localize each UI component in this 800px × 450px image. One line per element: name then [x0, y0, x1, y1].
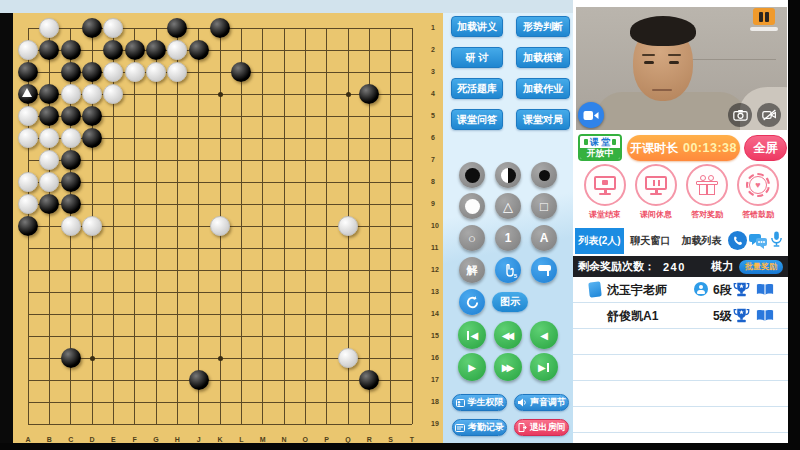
stone-white — [167, 62, 187, 82]
stone-black — [167, 18, 187, 38]
letter-icon: A — [540, 231, 549, 245]
classroom-status-badge: 课 堂 开放中 — [578, 134, 622, 161]
member-row-empty — [573, 407, 788, 433]
voice-call-button[interactable] — [728, 231, 747, 250]
stone-white — [125, 62, 145, 82]
bar-icon — [547, 363, 550, 372]
stone-black — [61, 172, 81, 192]
small-black-stone-tool[interactable] — [531, 162, 557, 188]
member-row-empty — [573, 381, 788, 407]
row-label: 12 — [431, 266, 439, 273]
teacher-hair — [630, 16, 696, 46]
row-label: 1 — [431, 24, 435, 31]
bar-icon — [467, 331, 470, 340]
grid-line — [28, 248, 412, 249]
stone-white — [18, 106, 38, 126]
column-label: K — [217, 436, 222, 443]
play-button[interactable]: ▶ — [458, 353, 486, 381]
stone-white — [167, 40, 187, 60]
stone-white — [103, 18, 123, 38]
kifu-book-button[interactable] — [756, 283, 774, 299]
stone-black — [39, 194, 59, 214]
exit-room-label: 退出房间 — [530, 421, 566, 434]
letter-marker-tool[interactable]: A — [531, 225, 557, 251]
column-label: C — [68, 436, 73, 443]
load-lecture-button[interactable]: 加载讲义 — [451, 16, 503, 37]
stone-black — [82, 18, 102, 38]
row-label: 13 — [431, 288, 439, 295]
brow — [668, 54, 681, 56]
row-label: 7 — [431, 156, 435, 163]
grid-line — [412, 28, 413, 424]
star-point — [90, 356, 95, 361]
stone-white — [103, 62, 123, 82]
grid-line — [305, 28, 306, 424]
seminar-button[interactable]: 研 讨 — [451, 47, 503, 68]
grid-line — [28, 424, 412, 425]
member-row-empty — [573, 329, 788, 355]
load-kifu-button[interactable]: 加载棋谱 — [516, 47, 570, 68]
stone-black — [146, 40, 166, 60]
column-label: H — [175, 436, 180, 443]
attendance-record-label: 考勤记录 — [468, 421, 504, 434]
gift-icon — [696, 175, 718, 195]
star-point — [218, 356, 223, 361]
sound-adjust-label: 声音调节 — [530, 396, 566, 409]
bottom-black-edge — [0, 443, 800, 450]
white-stone-icon — [465, 199, 480, 214]
stone-white — [18, 194, 38, 214]
class-break-button[interactable]: 课间休息 — [629, 164, 683, 220]
go-board[interactable]: A1B2C3D4E5F6G7H8J9K10L11M12N13O14P15Q16R… — [13, 13, 443, 443]
app-logo — [753, 8, 775, 25]
member-row-student[interactable]: 舒俊凯A1 5级 — [573, 303, 788, 329]
stone-white — [82, 216, 102, 236]
stone-black — [189, 370, 209, 390]
stone-black — [82, 128, 102, 148]
square-marker-tool[interactable]: □ — [531, 193, 557, 219]
fast-back-icon: ◀◀ — [502, 330, 511, 341]
microphone-icon — [770, 230, 783, 248]
stone-black — [61, 150, 81, 170]
row-label: 14 — [431, 310, 439, 317]
column-label: T — [410, 436, 414, 443]
strength-label: 棋力 — [711, 259, 733, 274]
person-badge-icon — [694, 282, 708, 296]
column-label: S — [388, 436, 393, 443]
stone-black — [39, 40, 59, 60]
action-buttons: 加载讲义 形势判断 研 讨 加载棋谱 死活题库 加载作业 课堂问答 课堂对局 — [451, 16, 570, 130]
circle-icon: ○ — [468, 232, 476, 245]
stone-black — [61, 40, 81, 60]
back-icon: ◀ — [540, 330, 548, 341]
stone-white — [103, 84, 123, 104]
monitor-pause-icon — [645, 176, 667, 195]
chat-bubbles-icon — [748, 233, 768, 249]
row-label: 17 — [431, 376, 439, 383]
answer-label: 解 — [467, 263, 478, 278]
number-icon: 1 — [505, 231, 512, 245]
hand-pointer-icon — [502, 264, 515, 277]
wall-line — [691, 59, 776, 60]
class-game-button[interactable]: 课堂对局 — [516, 109, 570, 130]
grid-line — [284, 28, 285, 424]
row-label: 6 — [431, 134, 435, 141]
badge-deco — [584, 139, 588, 145]
stone-black — [82, 106, 102, 126]
timer-value: 00:13:38 — [683, 141, 737, 155]
row-label: 5 — [431, 112, 435, 119]
triangle-icon: △ — [503, 200, 513, 213]
stone-black — [359, 370, 379, 390]
stone-white — [61, 128, 81, 148]
fast-forward-button[interactable]: ▶▶ — [494, 353, 522, 381]
tab-load-list[interactable]: 加载列表 — [677, 228, 726, 254]
reset-tool[interactable] — [459, 289, 485, 315]
class-end-label: 课堂结束 — [578, 209, 632, 220]
snapshot-button[interactable] — [728, 103, 752, 127]
class-end-button[interactable]: 课堂结束 — [578, 164, 632, 220]
monitor-icon — [594, 176, 616, 195]
number-marker-tool[interactable]: 1 — [495, 225, 521, 251]
play-icon: ▶ — [468, 362, 476, 373]
star-point — [218, 92, 223, 97]
grid-line — [28, 336, 412, 337]
paint-roller-icon — [538, 265, 551, 276]
stone-white — [39, 172, 59, 192]
square-icon: □ — [540, 200, 548, 213]
column-label: M — [260, 436, 266, 443]
star-point — [346, 92, 351, 97]
stone-black — [210, 18, 230, 38]
column-label: E — [111, 436, 116, 443]
badge-status: 开放中 — [580, 148, 620, 159]
row-label: 4 — [431, 90, 435, 97]
open-book-icon — [756, 309, 774, 322]
triangle-marker — [22, 88, 32, 97]
stone-black — [103, 40, 123, 60]
stone-black — [61, 194, 81, 214]
wrong-encourage-label: 答错鼓励 — [731, 209, 785, 220]
eye — [644, 61, 654, 64]
go-classroom-app: A1B2C3D4E5F6G7H8J9K10L11M12N13O14P15Q16R… — [0, 0, 800, 450]
stone-black — [18, 216, 38, 236]
member-list: 沈玉宇老师 6段 舒俊凯A1 5级 — [573, 277, 788, 450]
grid-line — [28, 402, 412, 403]
stone-black — [82, 62, 102, 82]
row-label: 19 — [431, 420, 439, 427]
remaining-rewards-label: 剩余奖励次数： — [578, 259, 655, 274]
row-label: 18 — [431, 398, 439, 405]
stone-black — [189, 40, 209, 60]
small-black-stone-icon — [539, 170, 550, 181]
reward-status-bar: 剩余奖励次数： 240 棋力 批量奖励 — [573, 256, 788, 277]
column-label: A — [25, 436, 30, 443]
timer-label: 开课时长 — [630, 140, 678, 157]
phone-icon — [732, 235, 744, 247]
situation-judge-button[interactable]: 形势判断 — [516, 16, 570, 37]
grid-line — [262, 28, 263, 424]
trophy-icon — [733, 281, 750, 298]
answer-tool[interactable]: 解 — [459, 257, 485, 283]
badge-deco — [612, 139, 616, 145]
document-icon — [588, 281, 602, 297]
stone-white — [61, 216, 81, 236]
column-label: F — [133, 436, 137, 443]
column-label: G — [153, 436, 158, 443]
skip-to-start-button[interactable]: ◀ — [458, 321, 486, 349]
stone-white — [338, 348, 358, 368]
row-label: 2 — [431, 46, 435, 53]
toolbar-panel: 加载讲义 形势判断 研 讨 加载棋谱 死活题库 加载作业 课堂问答 课堂对局 △… — [443, 13, 573, 443]
open-book-icon — [756, 283, 774, 296]
stone-white — [82, 84, 102, 104]
stone-black — [39, 84, 59, 104]
circle-marker-tool[interactable]: ○ — [459, 225, 485, 251]
black-stone-tool[interactable] — [459, 162, 485, 188]
column-label: B — [47, 436, 52, 443]
chat-messages-button[interactable] — [748, 233, 768, 249]
row-label: 11 — [431, 244, 438, 251]
correct-reward-button[interactable]: 答对奖励 — [680, 164, 734, 220]
tsumego-library-button[interactable]: 死活题库 — [451, 78, 503, 99]
row-label: 10 — [431, 222, 439, 229]
fast-back-button[interactable]: ◀◀ — [494, 321, 522, 349]
kifu-book-button[interactable] — [756, 309, 774, 325]
class-break-label: 课间休息 — [629, 209, 683, 220]
stone-black — [18, 84, 38, 104]
top-strip — [0, 0, 573, 13]
skip-to-end-button[interactable]: ▶ — [530, 353, 558, 381]
tab-member-list[interactable]: 列表(2人) — [575, 228, 624, 254]
column-label: Q — [345, 436, 350, 443]
id-card-icon — [456, 399, 465, 407]
attendance-record-button[interactable]: 考勤记录 — [452, 419, 507, 436]
column-label: N — [281, 436, 286, 443]
row-label: 8 — [431, 178, 435, 185]
grid-line — [28, 380, 412, 381]
trophy-icon — [733, 307, 750, 324]
stone-black — [231, 62, 251, 82]
student-permission-label: 学生权限 — [468, 396, 504, 409]
row-label: 15 — [431, 332, 439, 339]
alternate-stone-tool[interactable] — [495, 162, 521, 188]
black-stone-icon — [465, 168, 480, 183]
back-icon: ◀ — [470, 330, 478, 341]
stone-black — [61, 348, 81, 368]
stone-white — [39, 18, 59, 38]
stone-white — [18, 40, 38, 60]
stone-white — [39, 128, 59, 148]
speaker-icon — [517, 398, 527, 407]
rosette-heart-icon: ♥ — [746, 173, 770, 197]
stone-white — [146, 62, 166, 82]
mouth — [652, 89, 672, 91]
camera-toggle-button[interactable] — [578, 102, 604, 128]
member-rank: 6段 — [713, 282, 732, 299]
brow — [642, 54, 655, 56]
eraser-roller-tool[interactable] — [531, 257, 557, 283]
step-back-button[interactable]: ◀ — [530, 321, 558, 349]
tab-chat-window[interactable]: 聊天窗口 — [626, 228, 675, 254]
refresh-icon — [465, 295, 480, 310]
grid-line — [326, 28, 327, 424]
pointer-tool[interactable]: 5 — [495, 257, 521, 283]
column-label: J — [197, 436, 201, 443]
remaining-rewards-count: 240 — [663, 261, 686, 273]
column-label: R — [367, 436, 372, 443]
stone-white — [18, 172, 38, 192]
app-logo-text — [750, 27, 778, 31]
microphone-button[interactable] — [770, 230, 783, 248]
member-name: 沈玉宇老师 — [607, 282, 667, 299]
row-label: 9 — [431, 200, 435, 207]
member-rank: 5级 — [713, 308, 732, 325]
right-black-edge — [788, 0, 800, 450]
column-label: D — [89, 436, 94, 443]
exit-room-button[interactable]: 退出房间 — [514, 419, 569, 436]
stone-white — [61, 84, 81, 104]
stone-white — [338, 216, 358, 236]
grid-line — [28, 314, 412, 315]
trophy-button[interactable] — [733, 307, 750, 327]
trophy-button[interactable] — [733, 281, 750, 301]
correct-reward-label: 答对奖励 — [680, 209, 734, 220]
triangle-marker-tool[interactable]: △ — [495, 193, 521, 219]
grid-line — [28, 292, 412, 293]
stone-black — [18, 62, 38, 82]
grid-line — [241, 28, 242, 424]
stone-black — [125, 40, 145, 60]
badge-title: 课 堂 — [590, 136, 611, 149]
member-row-empty — [573, 355, 788, 381]
eye — [669, 61, 679, 64]
sound-adjust-button[interactable]: 声音调节 — [514, 394, 569, 411]
camera-off-icon — [762, 109, 777, 121]
camcorder-icon — [583, 110, 599, 121]
left-black-edge — [0, 13, 13, 443]
student-permission-button[interactable]: 学生权限 — [452, 394, 507, 411]
half-stone-icon — [501, 168, 516, 183]
hand-number-label: 5 — [514, 273, 517, 279]
stone-black — [39, 106, 59, 126]
stone-black — [61, 62, 81, 82]
exit-door-icon — [518, 423, 527, 432]
stone-black — [359, 84, 379, 104]
diagram-button[interactable]: 图示 — [492, 292, 528, 312]
white-stone-tool[interactable] — [459, 193, 485, 219]
row-label: 3 — [431, 68, 435, 75]
member-row-teacher[interactable]: 沈玉宇老师 6段 — [573, 277, 788, 303]
batch-reward-button[interactable]: 批量奖励 — [739, 260, 783, 274]
class-timer: 开课时长 00:13:38 — [627, 135, 740, 161]
teacher-video-feed — [576, 7, 787, 130]
column-label: O — [303, 436, 308, 443]
fullscreen-button[interactable]: 全屏 — [744, 135, 787, 161]
fast-forward-icon: ▶▶ — [502, 362, 511, 373]
stone-black — [61, 106, 81, 126]
grid-line — [28, 270, 412, 271]
column-label: P — [324, 436, 329, 443]
member-name: 舒俊凯A1 — [607, 308, 658, 325]
class-qa-button[interactable]: 课堂问答 — [451, 109, 503, 130]
right-panel: 课 堂 开放中 开课时长 00:13:38 全屏 课堂结束 课间休息 答对奖励 … — [573, 0, 788, 443]
load-homework-button[interactable]: 加载作业 — [516, 78, 570, 99]
card-icon — [455, 424, 465, 432]
stone-white — [210, 216, 230, 236]
wrong-encourage-button[interactable]: ♥ 答错鼓励 — [731, 164, 785, 220]
column-label: L — [239, 436, 243, 443]
stone-white — [39, 150, 59, 170]
stone-white — [18, 128, 38, 148]
row-label: 16 — [431, 354, 439, 361]
camera-icon — [733, 109, 748, 121]
forward-icon: ▶ — [538, 362, 546, 373]
grid-line — [390, 28, 391, 424]
camera-off-button[interactable] — [757, 103, 781, 127]
